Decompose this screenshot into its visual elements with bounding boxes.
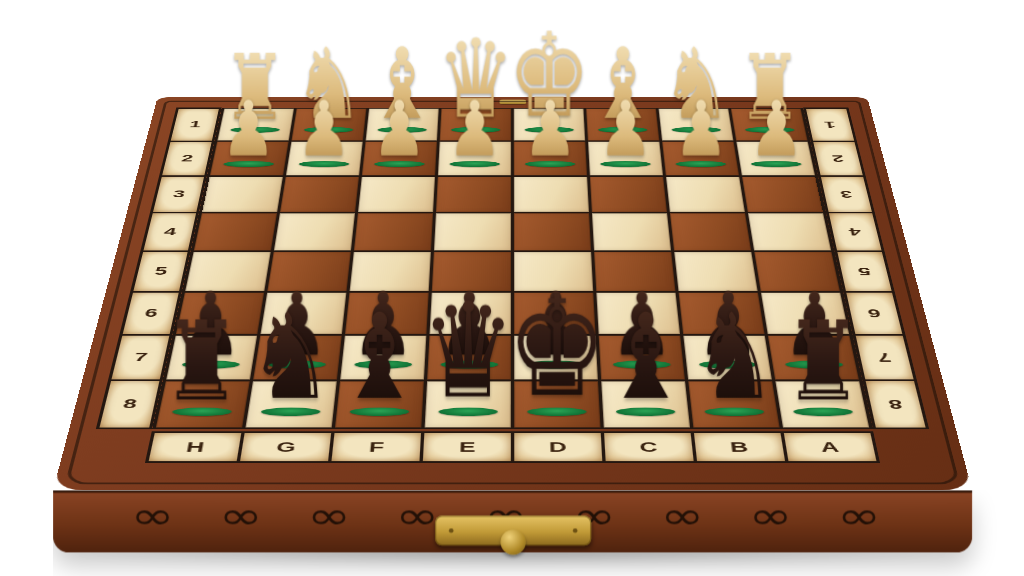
rank-label-8: 8 — [99, 381, 159, 427]
square-c4[interactable] — [592, 213, 671, 250]
square-g2[interactable]: ♟ — [286, 142, 363, 176]
file-label-e: E — [423, 433, 511, 461]
square-b3[interactable] — [666, 177, 745, 212]
rank-label-4: 4 — [143, 213, 196, 250]
square-c2[interactable]: ♟ — [588, 142, 663, 176]
square-d8[interactable]: ♚ — [514, 381, 600, 427]
rank-label-2: 2 — [162, 142, 212, 176]
black-rook: ♜ — [162, 309, 241, 413]
file-label-c: C — [604, 433, 694, 461]
square-a3[interactable] — [742, 177, 823, 212]
square-f8[interactable]: ♝ — [335, 381, 424, 427]
black-queen: ♛ — [421, 288, 515, 413]
file-label-h: H — [149, 433, 242, 461]
rank-label-right-1: 1 — [806, 109, 854, 141]
square-h4[interactable] — [194, 213, 277, 250]
square-c8[interactable]: ♝ — [601, 381, 690, 427]
file-label-g: G — [240, 433, 331, 461]
square-b8[interactable]: ♞ — [688, 381, 779, 427]
box-front-face: ∞ ∞ ∞ ∞ ∞ ∞ ∞ ∞ ∞ — [53, 490, 972, 552]
square-e2[interactable]: ♟ — [438, 142, 511, 176]
square-h8[interactable]: ♜ — [156, 381, 250, 427]
file-labels-bottom: HGFEDCBA — [145, 431, 880, 463]
square-h2[interactable]: ♟ — [210, 142, 289, 176]
rank-label-right-2: 2 — [813, 142, 863, 176]
square-a8[interactable]: ♜ — [775, 381, 869, 427]
white-pawn: ♟ — [598, 93, 653, 166]
board-grid: ♜♞♝♛♚♝♞♜♟♟♟♟♟♟♟♟♟♟♟♟♟♟♟♟♜♞♝♛♚♝♞♜ — [152, 108, 873, 430]
clasp — [435, 516, 591, 546]
square-e8[interactable]: ♛ — [425, 381, 511, 427]
square-h3[interactable] — [202, 177, 283, 212]
file-label-d: D — [514, 433, 602, 461]
square-g4[interactable] — [274, 213, 355, 250]
clasp-screw — [448, 528, 453, 533]
file-label-a: A — [784, 433, 877, 461]
file-label-b: B — [694, 433, 785, 461]
rank-label-right-3: 3 — [821, 177, 872, 212]
black-bishop: ♝ — [603, 301, 688, 413]
white-pawn: ♟ — [674, 93, 729, 166]
square-c3[interactable] — [590, 177, 667, 212]
rank-label-3: 3 — [153, 177, 204, 212]
black-knight: ♞ — [248, 301, 333, 413]
photo-canvas: 12345678 ♜♞♝♛♚♝♞♜♟♟♟♟♟♟♟♟♟♟♟♟♟♟♟♟♜♞♝♛♚♝♞… — [0, 0, 1024, 576]
white-pawn: ♟ — [297, 93, 352, 166]
white-pawn: ♟ — [221, 93, 276, 166]
square-d2[interactable]: ♟ — [514, 142, 587, 176]
black-king: ♚ — [507, 280, 608, 413]
white-pawn: ♟ — [372, 93, 427, 166]
square-d4[interactable] — [514, 213, 591, 250]
black-knight: ♞ — [692, 301, 777, 413]
square-d3[interactable] — [514, 177, 589, 212]
black-rook: ♜ — [784, 309, 863, 413]
rank-label-right-7: 7 — [856, 336, 914, 380]
square-f3[interactable] — [358, 177, 435, 212]
clasp-screw — [572, 528, 577, 533]
square-g8[interactable]: ♞ — [245, 381, 336, 427]
white-pawn: ♟ — [523, 93, 578, 166]
square-e3[interactable] — [436, 177, 511, 212]
square-b2[interactable]: ♟ — [662, 142, 739, 176]
rank-label-7: 7 — [111, 336, 169, 380]
square-g3[interactable] — [280, 177, 359, 212]
rank-label-right-8: 8 — [866, 381, 926, 427]
clasp-knob-icon — [500, 529, 525, 554]
square-f4[interactable] — [354, 213, 433, 250]
white-pawn: ♟ — [749, 93, 804, 166]
square-b4[interactable] — [670, 213, 751, 250]
rank-label-right-4: 4 — [829, 213, 882, 250]
square-f2[interactable]: ♟ — [362, 142, 437, 176]
chess-board: 12345678 ♜♞♝♛♚♝♞♜♟♟♟♟♟♟♟♟♟♟♟♟♟♟♟♟♜♞♝♛♚♝♞… — [53, 97, 972, 490]
square-a4[interactable] — [748, 213, 831, 250]
rank-label-1: 1 — [171, 109, 219, 141]
file-label-f: F — [331, 433, 421, 461]
white-pawn: ♟ — [447, 93, 502, 166]
square-a2[interactable]: ♟ — [736, 142, 815, 176]
black-bishop: ♝ — [337, 301, 422, 413]
square-e4[interactable] — [434, 213, 511, 250]
